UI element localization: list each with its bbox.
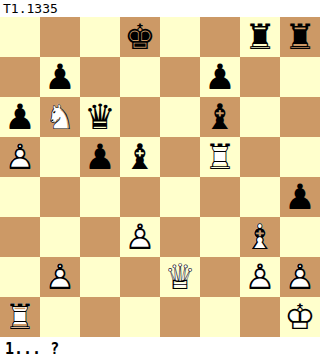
square-d7[interactable] (120, 57, 160, 97)
white-knight[interactable]: ♞♘ (40, 97, 80, 137)
square-b1[interactable] (40, 297, 80, 337)
square-b3[interactable] (40, 217, 80, 257)
white-pawn-outline-icon: ♙ (120, 217, 160, 257)
black-queen[interactable]: ♛ (80, 97, 120, 137)
white-pawn-outline-icon: ♙ (240, 257, 280, 297)
white-bishop-outline-icon: ♗ (240, 217, 280, 257)
move-prompt: 1... ? (5, 340, 59, 358)
square-d6[interactable] (120, 97, 160, 137)
black-pawn-icon: ♟ (80, 137, 120, 177)
black-bishop-icon: ♝ (200, 97, 240, 137)
white-pawn[interactable]: ♟♙ (280, 257, 320, 297)
black-bishop[interactable]: ♝ (120, 137, 160, 177)
white-knight-outline-icon: ♘ (40, 97, 80, 137)
square-c1[interactable] (80, 297, 120, 337)
square-a2[interactable] (0, 257, 40, 297)
chess-board[interactable]: ♚♜♜♟♟♟♞♘♛♝♟♙♟♝♜♖♟♟♙♝♗♟♙♛♕♟♙♟♙♜♖♚♔ (0, 17, 320, 337)
square-a7[interactable] (0, 57, 40, 97)
square-f7[interactable]: ♟ (200, 57, 240, 97)
white-queen-outline-icon: ♕ (160, 257, 200, 297)
square-e6[interactable] (160, 97, 200, 137)
square-g8[interactable]: ♜ (240, 17, 280, 57)
square-g4[interactable] (240, 177, 280, 217)
puzzle-title: T1.1335 (3, 0, 58, 17)
white-rook-outline-icon: ♖ (0, 297, 40, 337)
black-rook-icon: ♜ (240, 17, 280, 57)
square-a8[interactable] (0, 17, 40, 57)
square-h7[interactable] (280, 57, 320, 97)
square-d8[interactable]: ♚ (120, 17, 160, 57)
square-d5[interactable]: ♝ (120, 137, 160, 177)
square-e8[interactable] (160, 17, 200, 57)
square-c5[interactable]: ♟ (80, 137, 120, 177)
square-e4[interactable] (160, 177, 200, 217)
square-g7[interactable] (240, 57, 280, 97)
white-pawn[interactable]: ♟♙ (0, 137, 40, 177)
square-f6[interactable]: ♝ (200, 97, 240, 137)
black-pawn[interactable]: ♟ (280, 177, 320, 217)
square-g2[interactable]: ♟♙ (240, 257, 280, 297)
black-pawn[interactable]: ♟ (40, 57, 80, 97)
square-a1[interactable]: ♜♖ (0, 297, 40, 337)
square-c3[interactable] (80, 217, 120, 257)
square-a3[interactable] (0, 217, 40, 257)
square-c4[interactable] (80, 177, 120, 217)
square-c8[interactable] (80, 17, 120, 57)
square-e5[interactable] (160, 137, 200, 177)
black-pawn[interactable]: ♟ (80, 137, 120, 177)
square-g1[interactable] (240, 297, 280, 337)
square-b6[interactable]: ♞♘ (40, 97, 80, 137)
white-pawn-outline-icon: ♙ (0, 137, 40, 177)
square-e2[interactable]: ♛♕ (160, 257, 200, 297)
white-pawn-outline-icon: ♙ (280, 257, 320, 297)
square-d2[interactable] (120, 257, 160, 297)
square-f8[interactable] (200, 17, 240, 57)
square-b2[interactable]: ♟♙ (40, 257, 80, 297)
square-d4[interactable] (120, 177, 160, 217)
square-a5[interactable]: ♟♙ (0, 137, 40, 177)
square-f4[interactable] (200, 177, 240, 217)
square-h3[interactable] (280, 217, 320, 257)
chess-puzzle-window: T1.1335 ♚♜♜♟♟♟♞♘♛♝♟♙♟♝♜♖♟♟♙♝♗♟♙♛♕♟♙♟♙♜♖♚… (0, 0, 320, 360)
black-pawn-icon: ♟ (200, 57, 240, 97)
white-rook-outline-icon: ♖ (200, 137, 240, 177)
square-h6[interactable] (280, 97, 320, 137)
square-b7[interactable]: ♟ (40, 57, 80, 97)
square-b5[interactable] (40, 137, 80, 177)
square-f3[interactable] (200, 217, 240, 257)
square-h1[interactable]: ♚♔ (280, 297, 320, 337)
black-bishop-icon: ♝ (120, 137, 160, 177)
black-pawn[interactable]: ♟ (0, 97, 40, 137)
black-bishop[interactable]: ♝ (200, 97, 240, 137)
black-rook[interactable]: ♜ (280, 17, 320, 57)
white-bishop[interactable]: ♝♗ (240, 217, 280, 257)
white-rook[interactable]: ♜♖ (200, 137, 240, 177)
black-rook-icon: ♜ (280, 17, 320, 57)
black-pawn-icon: ♟ (280, 177, 320, 217)
square-h8[interactable]: ♜ (280, 17, 320, 57)
square-c6[interactable]: ♛ (80, 97, 120, 137)
square-a4[interactable] (0, 177, 40, 217)
black-king-icon: ♚ (120, 17, 160, 57)
black-queen-icon: ♛ (80, 97, 120, 137)
black-pawn-icon: ♟ (40, 57, 80, 97)
square-h5[interactable] (280, 137, 320, 177)
white-pawn-outline-icon: ♙ (40, 257, 80, 297)
square-c2[interactable] (80, 257, 120, 297)
square-g5[interactable] (240, 137, 280, 177)
black-pawn-icon: ♟ (0, 97, 40, 137)
title-bar: T1.1335 (0, 0, 320, 17)
square-e1[interactable] (160, 297, 200, 337)
square-h4[interactable]: ♟ (280, 177, 320, 217)
white-pawn[interactable]: ♟♙ (40, 257, 80, 297)
black-rook[interactable]: ♜ (240, 17, 280, 57)
white-king-outline-icon: ♔ (280, 297, 320, 337)
black-king[interactable]: ♚ (120, 17, 160, 57)
white-queen[interactable]: ♛♕ (160, 257, 200, 297)
square-c7[interactable] (80, 57, 120, 97)
white-pawn[interactable]: ♟♙ (240, 257, 280, 297)
square-e3[interactable] (160, 217, 200, 257)
white-rook[interactable]: ♜♖ (0, 297, 40, 337)
white-king[interactable]: ♚♔ (280, 297, 320, 337)
square-b4[interactable] (40, 177, 80, 217)
square-f2[interactable] (200, 257, 240, 297)
square-e7[interactable] (160, 57, 200, 97)
square-g3[interactable]: ♝♗ (240, 217, 280, 257)
status-bar: 1... ? (0, 337, 320, 360)
square-a6[interactable]: ♟ (0, 97, 40, 137)
square-d1[interactable] (120, 297, 160, 337)
square-f5[interactable]: ♜♖ (200, 137, 240, 177)
square-g6[interactable] (240, 97, 280, 137)
black-pawn[interactable]: ♟ (200, 57, 240, 97)
square-h2[interactable]: ♟♙ (280, 257, 320, 297)
square-f1[interactable] (200, 297, 240, 337)
square-d3[interactable]: ♟♙ (120, 217, 160, 257)
square-b8[interactable] (40, 17, 80, 57)
white-pawn[interactable]: ♟♙ (120, 217, 160, 257)
